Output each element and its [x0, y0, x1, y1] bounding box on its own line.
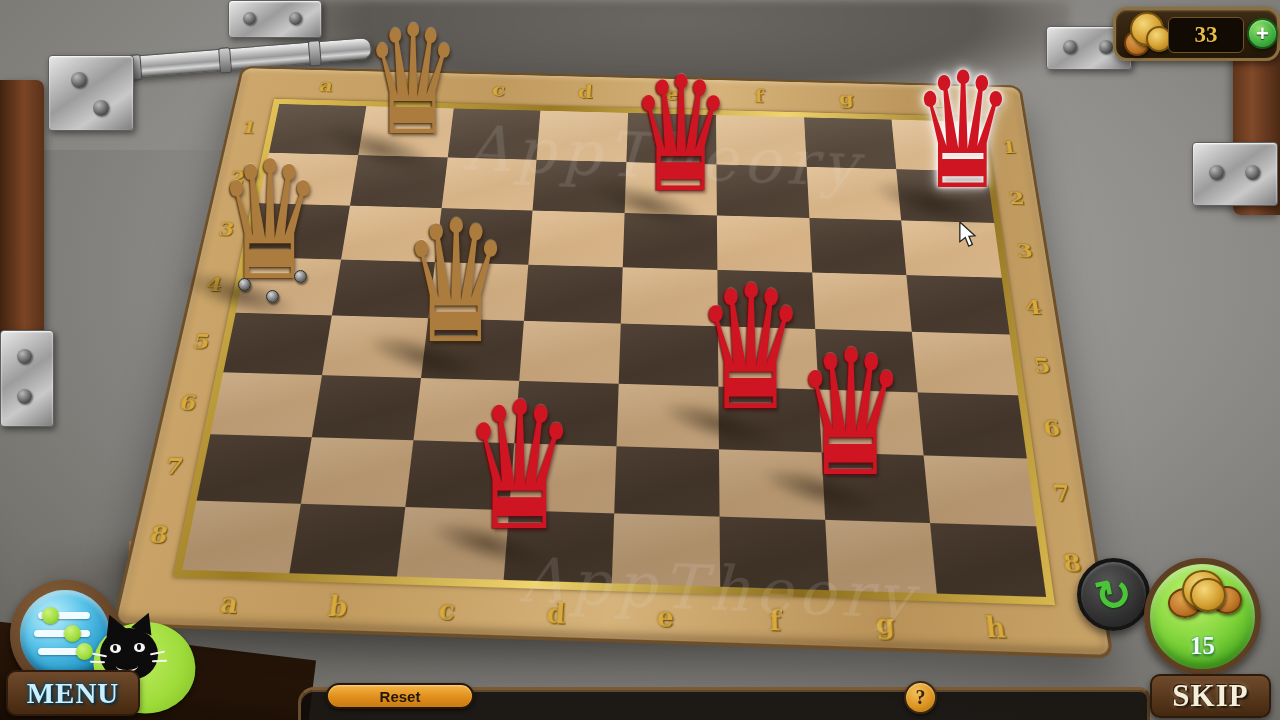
square-h7[interactable]: [924, 455, 1036, 525]
skip-button[interactable]: SKIP: [1150, 674, 1271, 718]
rank-label-right-3: 3: [1005, 223, 1046, 278]
square-d4[interactable]: [524, 264, 623, 323]
square-d2[interactable]: [533, 159, 627, 213]
menu-label: MENU: [27, 677, 120, 710]
reset-button[interactable]: Reset: [326, 683, 474, 709]
red-queen-e2[interactable]: ♛: [630, 73, 733, 197]
file-label-top-a: a: [281, 73, 372, 99]
square-h8[interactable]: [930, 523, 1046, 597]
square-a8[interactable]: [182, 500, 300, 573]
question-mark-icon: ?: [916, 686, 926, 709]
rank-label-right-5: 5: [1021, 335, 1065, 396]
menu-plaque[interactable]: MENU: [6, 670, 140, 716]
square-a6[interactable]: [210, 372, 321, 437]
metal-plate-midleft: [0, 330, 54, 427]
skip-cost: 15: [1144, 632, 1261, 660]
square-h5[interactable]: [912, 332, 1018, 395]
square-e8[interactable]: [612, 513, 720, 587]
reset-button-label: Reset: [380, 688, 421, 705]
square-f8[interactable]: [719, 516, 828, 590]
square-e7[interactable]: [614, 446, 719, 516]
square-g3[interactable]: [809, 218, 907, 275]
metal-bracket-right: [1192, 142, 1278, 206]
add-coins-button[interactable]: +: [1247, 18, 1278, 49]
square-g1[interactable]: [804, 117, 897, 168]
file-label-bottom-h: h: [938, 607, 1053, 650]
coin-icon: [1190, 578, 1226, 612]
skip-label: SKIP: [1172, 678, 1248, 714]
file-label-bottom-e: e: [610, 597, 720, 639]
metal-plate-top: [228, 0, 322, 38]
square-b7[interactable]: [301, 437, 413, 506]
red-queen-h2[interactable]: ♛: [911, 69, 1015, 195]
square-b6[interactable]: [312, 375, 421, 441]
file-label-bottom-g: g: [829, 604, 942, 646]
square-h4[interactable]: [907, 275, 1010, 335]
wooden-queen-a4[interactable]: ♛: [217, 158, 323, 286]
red-queen-f6[interactable]: ♛: [695, 282, 806, 416]
coin-count-box: 33: [1168, 17, 1244, 53]
restart-button[interactable]: ↻: [1077, 558, 1150, 631]
wood-trim-left: [0, 80, 44, 360]
coin-count-value: 33: [1195, 22, 1218, 48]
red-queen-g7[interactable]: ♛: [795, 346, 907, 482]
file-label-top-d: d: [541, 79, 629, 105]
help-button[interactable]: ?: [904, 681, 937, 714]
rank-label-right-4: 4: [1012, 278, 1054, 336]
file-label-bottom-a: a: [171, 583, 286, 625]
file-label-top-c: c: [454, 77, 543, 103]
wooden-queen-b1[interactable]: ♛: [364, 23, 461, 141]
metal-bracket-left: [48, 55, 134, 131]
square-a7[interactable]: [197, 434, 312, 503]
square-d1[interactable]: [537, 111, 628, 162]
file-label-bottom-c: c: [390, 590, 503, 632]
refresh-icon: ↻: [1091, 569, 1136, 620]
rank-label-right-6: 6: [1029, 395, 1074, 460]
rank-label-right-7: 7: [1038, 459, 1085, 527]
file-label-bottom-f: f: [720, 600, 831, 642]
square-g8[interactable]: [825, 519, 937, 593]
file-label-bottom-d: d: [500, 593, 611, 635]
square-b8[interactable]: [289, 503, 405, 576]
square-d3[interactable]: [529, 211, 625, 267]
square-a5[interactable]: [223, 313, 331, 375]
wooden-queen-c5[interactable]: ♛: [401, 217, 510, 349]
square-h3[interactable]: [901, 220, 1001, 277]
red-queen-d8[interactable]: ♛: [463, 398, 577, 536]
file-label-bottom-b: b: [281, 586, 395, 628]
file-label-top-g: g: [802, 86, 891, 113]
square-h6[interactable]: [918, 392, 1027, 459]
square-g2[interactable]: [806, 166, 901, 220]
